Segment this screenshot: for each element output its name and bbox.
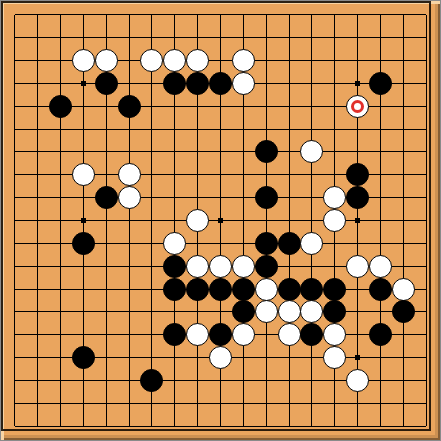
intersection-10-16[interactable] [232,369,255,392]
intersection-7-9[interactable] [163,209,186,232]
intersection-2-0[interactable] [49,4,72,27]
intersection-18-2[interactable] [415,49,438,72]
intersection-16-0[interactable] [369,4,392,27]
intersection-7-0[interactable] [163,4,186,27]
intersection-2-12[interactable] [49,278,72,301]
intersection-9-11[interactable] [209,255,232,278]
intersection-2-16[interactable] [49,369,72,392]
intersection-16-2[interactable] [369,49,392,72]
intersection-7-12[interactable] [163,278,186,301]
intersection-8-17[interactable] [186,392,209,415]
intersection-18-12[interactable] [415,278,438,301]
intersection-17-4[interactable] [392,95,415,118]
intersection-3-15[interactable] [72,346,95,369]
intersection-10-0[interactable] [232,4,255,27]
intersection-14-4[interactable] [323,95,346,118]
intersection-6-0[interactable] [141,4,164,27]
intersection-6-17[interactable] [141,392,164,415]
intersection-9-9[interactable] [209,209,232,232]
intersection-14-5[interactable] [323,118,346,141]
intersection-8-8[interactable] [186,186,209,209]
intersection-0-11[interactable] [4,255,27,278]
intersection-12-8[interactable] [278,186,301,209]
intersection-8-12[interactable] [186,278,209,301]
intersection-9-6[interactable] [209,141,232,164]
intersection-4-12[interactable] [95,278,118,301]
intersection-15-11[interactable] [346,255,369,278]
intersection-3-11[interactable] [72,255,95,278]
intersection-6-6[interactable] [141,141,164,164]
intersection-1-15[interactable] [26,346,49,369]
intersection-15-10[interactable] [346,232,369,255]
intersection-5-15[interactable] [118,346,141,369]
intersection-2-15[interactable] [49,346,72,369]
intersection-3-9[interactable] [72,209,95,232]
intersection-4-3[interactable] [95,72,118,95]
intersection-18-14[interactable] [415,323,438,346]
intersection-13-0[interactable] [300,4,323,27]
intersection-17-8[interactable] [392,186,415,209]
intersection-2-3[interactable] [49,72,72,95]
intersection-12-5[interactable] [278,118,301,141]
intersection-16-17[interactable] [369,392,392,415]
intersection-10-5[interactable] [232,118,255,141]
intersection-9-14[interactable] [209,323,232,346]
intersection-1-5[interactable] [26,118,49,141]
intersection-7-6[interactable] [163,141,186,164]
intersection-11-18[interactable] [255,415,278,438]
intersection-0-17[interactable] [4,392,27,415]
intersection-17-16[interactable] [392,369,415,392]
intersection-16-16[interactable] [369,369,392,392]
intersection-8-7[interactable] [186,163,209,186]
intersection-17-2[interactable] [392,49,415,72]
intersection-8-10[interactable] [186,232,209,255]
intersection-10-10[interactable] [232,232,255,255]
intersection-11-3[interactable] [255,72,278,95]
intersection-13-5[interactable] [300,118,323,141]
intersection-1-13[interactable] [26,300,49,323]
intersection-13-1[interactable] [300,26,323,49]
intersection-15-15[interactable] [346,346,369,369]
intersection-8-14[interactable] [186,323,209,346]
intersection-12-3[interactable] [278,72,301,95]
intersection-2-18[interactable] [49,415,72,438]
intersection-7-7[interactable] [163,163,186,186]
intersection-15-4[interactable] [346,95,369,118]
intersection-5-7[interactable] [118,163,141,186]
intersection-0-10[interactable] [4,232,27,255]
intersection-0-12[interactable] [4,278,27,301]
intersection-8-18[interactable] [186,415,209,438]
intersection-6-4[interactable] [141,95,164,118]
intersection-12-11[interactable] [278,255,301,278]
intersection-13-18[interactable] [300,415,323,438]
intersection-13-7[interactable] [300,163,323,186]
intersection-0-15[interactable] [4,346,27,369]
intersection-17-18[interactable] [392,415,415,438]
intersection-14-1[interactable] [323,26,346,49]
intersection-11-12[interactable] [255,278,278,301]
intersection-8-1[interactable] [186,26,209,49]
intersection-11-11[interactable] [255,255,278,278]
intersection-5-2[interactable] [118,49,141,72]
intersection-13-2[interactable] [300,49,323,72]
intersection-7-18[interactable] [163,415,186,438]
intersection-7-8[interactable] [163,186,186,209]
intersection-0-4[interactable] [4,95,27,118]
intersection-5-5[interactable] [118,118,141,141]
intersection-9-16[interactable] [209,369,232,392]
intersection-16-9[interactable] [369,209,392,232]
intersection-4-9[interactable] [95,209,118,232]
intersection-8-15[interactable] [186,346,209,369]
intersection-15-14[interactable] [346,323,369,346]
intersection-2-5[interactable] [49,118,72,141]
intersection-4-4[interactable] [95,95,118,118]
intersection-2-10[interactable] [49,232,72,255]
intersection-10-13[interactable] [232,300,255,323]
intersection-2-11[interactable] [49,255,72,278]
intersection-5-3[interactable] [118,72,141,95]
intersection-1-14[interactable] [26,323,49,346]
intersection-13-10[interactable] [300,232,323,255]
intersection-16-5[interactable] [369,118,392,141]
intersection-11-14[interactable] [255,323,278,346]
intersection-0-5[interactable] [4,118,27,141]
intersection-12-16[interactable] [278,369,301,392]
intersection-6-3[interactable] [141,72,164,95]
intersection-13-12[interactable] [300,278,323,301]
intersection-11-8[interactable] [255,186,278,209]
intersection-6-16[interactable] [141,369,164,392]
intersection-14-10[interactable] [323,232,346,255]
intersection-0-1[interactable] [4,26,27,49]
intersection-15-0[interactable] [346,4,369,27]
intersection-9-4[interactable] [209,95,232,118]
intersection-14-16[interactable] [323,369,346,392]
intersection-9-12[interactable] [209,278,232,301]
intersection-11-10[interactable] [255,232,278,255]
intersection-1-2[interactable] [26,49,49,72]
intersection-15-16[interactable] [346,369,369,392]
intersection-2-1[interactable] [49,26,72,49]
intersection-9-15[interactable] [209,346,232,369]
intersection-10-6[interactable] [232,141,255,164]
intersection-12-1[interactable] [278,26,301,49]
intersection-6-1[interactable] [141,26,164,49]
intersection-10-3[interactable] [232,72,255,95]
intersection-2-7[interactable] [49,163,72,186]
intersection-15-18[interactable] [346,415,369,438]
intersection-8-11[interactable] [186,255,209,278]
intersection-5-12[interactable] [118,278,141,301]
intersection-14-14[interactable] [323,323,346,346]
intersection-14-15[interactable] [323,346,346,369]
intersection-12-15[interactable] [278,346,301,369]
intersection-17-7[interactable] [392,163,415,186]
intersection-11-15[interactable] [255,346,278,369]
intersection-8-13[interactable] [186,300,209,323]
intersection-13-4[interactable] [300,95,323,118]
intersection-0-18[interactable] [4,415,27,438]
intersection-9-8[interactable] [209,186,232,209]
intersection-7-3[interactable] [163,72,186,95]
intersection-3-2[interactable] [72,49,95,72]
intersection-9-1[interactable] [209,26,232,49]
intersection-4-17[interactable] [95,392,118,415]
intersection-4-0[interactable] [95,4,118,27]
intersection-15-13[interactable] [346,300,369,323]
intersection-1-3[interactable] [26,72,49,95]
intersection-14-6[interactable] [323,141,346,164]
intersection-14-18[interactable] [323,415,346,438]
intersection-2-6[interactable] [49,141,72,164]
intersection-10-17[interactable] [232,392,255,415]
intersection-16-3[interactable] [369,72,392,95]
intersection-3-4[interactable] [72,95,95,118]
intersection-13-6[interactable] [300,141,323,164]
intersection-7-2[interactable] [163,49,186,72]
intersection-13-13[interactable] [300,300,323,323]
intersection-15-8[interactable] [346,186,369,209]
intersection-3-7[interactable] [72,163,95,186]
intersection-2-2[interactable] [49,49,72,72]
intersection-6-7[interactable] [141,163,164,186]
intersection-8-6[interactable] [186,141,209,164]
intersection-1-16[interactable] [26,369,49,392]
intersection-18-6[interactable] [415,141,438,164]
intersection-6-12[interactable] [141,278,164,301]
intersection-12-0[interactable] [278,4,301,27]
intersection-12-7[interactable] [278,163,301,186]
intersection-1-9[interactable] [26,209,49,232]
intersection-15-1[interactable] [346,26,369,49]
intersection-0-9[interactable] [4,209,27,232]
intersection-6-15[interactable] [141,346,164,369]
intersection-2-9[interactable] [49,209,72,232]
intersection-4-15[interactable] [95,346,118,369]
intersection-5-10[interactable] [118,232,141,255]
intersection-15-6[interactable] [346,141,369,164]
intersection-8-3[interactable] [186,72,209,95]
intersection-11-6[interactable] [255,141,278,164]
intersection-17-10[interactable] [392,232,415,255]
intersection-17-3[interactable] [392,72,415,95]
intersection-10-8[interactable] [232,186,255,209]
intersection-18-16[interactable] [415,369,438,392]
intersection-16-13[interactable] [369,300,392,323]
intersection-11-13[interactable] [255,300,278,323]
intersection-16-8[interactable] [369,186,392,209]
intersection-11-2[interactable] [255,49,278,72]
intersection-5-8[interactable] [118,186,141,209]
intersection-9-7[interactable] [209,163,232,186]
intersection-18-1[interactable] [415,26,438,49]
intersection-10-7[interactable] [232,163,255,186]
intersection-14-0[interactable] [323,4,346,27]
intersection-3-13[interactable] [72,300,95,323]
intersection-4-16[interactable] [95,369,118,392]
intersection-11-1[interactable] [255,26,278,49]
intersection-18-10[interactable] [415,232,438,255]
intersection-1-4[interactable] [26,95,49,118]
intersection-3-17[interactable] [72,392,95,415]
intersection-7-1[interactable] [163,26,186,49]
intersection-3-3[interactable] [72,72,95,95]
intersection-18-8[interactable] [415,186,438,209]
intersection-13-3[interactable] [300,72,323,95]
intersection-18-11[interactable] [415,255,438,278]
intersection-11-4[interactable] [255,95,278,118]
intersection-11-9[interactable] [255,209,278,232]
intersection-3-14[interactable] [72,323,95,346]
intersection-17-13[interactable] [392,300,415,323]
intersection-0-14[interactable] [4,323,27,346]
intersection-7-5[interactable] [163,118,186,141]
intersection-6-2[interactable] [141,49,164,72]
intersection-6-13[interactable] [141,300,164,323]
intersection-7-13[interactable] [163,300,186,323]
intersection-18-4[interactable] [415,95,438,118]
intersection-9-3[interactable] [209,72,232,95]
intersection-15-5[interactable] [346,118,369,141]
intersection-18-7[interactable] [415,163,438,186]
intersection-17-12[interactable] [392,278,415,301]
intersection-6-18[interactable] [141,415,164,438]
intersection-10-14[interactable] [232,323,255,346]
intersection-10-12[interactable] [232,278,255,301]
intersection-14-2[interactable] [323,49,346,72]
intersection-14-17[interactable] [323,392,346,415]
intersection-10-9[interactable] [232,209,255,232]
intersection-11-5[interactable] [255,118,278,141]
intersection-7-11[interactable] [163,255,186,278]
intersection-12-2[interactable] [278,49,301,72]
intersection-17-17[interactable] [392,392,415,415]
intersection-9-18[interactable] [209,415,232,438]
intersection-8-16[interactable] [186,369,209,392]
intersection-15-7[interactable] [346,163,369,186]
intersection-12-13[interactable] [278,300,301,323]
intersection-14-13[interactable] [323,300,346,323]
intersection-5-16[interactable] [118,369,141,392]
intersection-1-10[interactable] [26,232,49,255]
intersection-4-6[interactable] [95,141,118,164]
intersection-5-6[interactable] [118,141,141,164]
intersection-2-8[interactable] [49,186,72,209]
intersection-12-6[interactable] [278,141,301,164]
intersection-7-17[interactable] [163,392,186,415]
intersection-17-5[interactable] [392,118,415,141]
intersection-13-15[interactable] [300,346,323,369]
intersection-17-6[interactable] [392,141,415,164]
intersection-1-1[interactable] [26,26,49,49]
intersection-9-2[interactable] [209,49,232,72]
intersection-16-12[interactable] [369,278,392,301]
intersection-1-0[interactable] [26,4,49,27]
intersection-1-17[interactable] [26,392,49,415]
intersection-0-3[interactable] [4,72,27,95]
intersection-17-15[interactable] [392,346,415,369]
intersection-5-11[interactable] [118,255,141,278]
intersection-5-9[interactable] [118,209,141,232]
intersection-6-10[interactable] [141,232,164,255]
intersection-0-13[interactable] [4,300,27,323]
intersection-17-14[interactable] [392,323,415,346]
intersection-12-14[interactable] [278,323,301,346]
intersection-16-4[interactable] [369,95,392,118]
intersection-6-8[interactable] [141,186,164,209]
intersection-16-18[interactable] [369,415,392,438]
intersection-18-17[interactable] [415,392,438,415]
intersection-2-4[interactable] [49,95,72,118]
intersection-13-8[interactable] [300,186,323,209]
intersection-10-1[interactable] [232,26,255,49]
intersection-1-7[interactable] [26,163,49,186]
intersection-3-8[interactable] [72,186,95,209]
intersection-9-13[interactable] [209,300,232,323]
intersection-13-16[interactable] [300,369,323,392]
intersection-14-11[interactable] [323,255,346,278]
intersection-13-14[interactable] [300,323,323,346]
intersection-15-12[interactable] [346,278,369,301]
intersection-15-3[interactable] [346,72,369,95]
intersection-1-12[interactable] [26,278,49,301]
intersection-10-4[interactable] [232,95,255,118]
intersection-11-16[interactable] [255,369,278,392]
intersection-15-2[interactable] [346,49,369,72]
intersection-13-11[interactable] [300,255,323,278]
intersection-18-18[interactable] [415,415,438,438]
intersection-4-7[interactable] [95,163,118,186]
intersection-10-18[interactable] [232,415,255,438]
intersection-16-1[interactable] [369,26,392,49]
intersection-1-11[interactable] [26,255,49,278]
intersection-3-18[interactable] [72,415,95,438]
intersection-17-1[interactable] [392,26,415,49]
intersection-18-13[interactable] [415,300,438,323]
intersection-17-11[interactable] [392,255,415,278]
intersection-2-17[interactable] [49,392,72,415]
intersection-18-3[interactable] [415,72,438,95]
intersection-17-9[interactable] [392,209,415,232]
intersection-0-8[interactable] [4,186,27,209]
intersection-0-0[interactable] [4,4,27,27]
intersection-3-6[interactable] [72,141,95,164]
intersection-5-17[interactable] [118,392,141,415]
intersection-6-5[interactable] [141,118,164,141]
intersection-18-9[interactable] [415,209,438,232]
intersection-12-12[interactable] [278,278,301,301]
intersection-15-9[interactable] [346,209,369,232]
intersection-13-17[interactable] [300,392,323,415]
intersection-17-0[interactable] [392,4,415,27]
intersection-3-0[interactable] [72,4,95,27]
intersection-4-1[interactable] [95,26,118,49]
intersection-7-14[interactable] [163,323,186,346]
intersection-13-9[interactable] [300,209,323,232]
intersection-3-5[interactable] [72,118,95,141]
intersection-5-0[interactable] [118,4,141,27]
intersection-7-15[interactable] [163,346,186,369]
intersection-6-9[interactable] [141,209,164,232]
intersection-10-2[interactable] [232,49,255,72]
intersection-14-3[interactable] [323,72,346,95]
intersection-9-10[interactable] [209,232,232,255]
intersection-2-14[interactable] [49,323,72,346]
intersection-0-7[interactable] [4,163,27,186]
